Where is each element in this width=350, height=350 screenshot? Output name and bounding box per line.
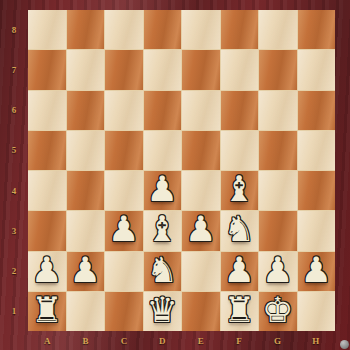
square-h6[interactable] — [298, 91, 336, 130]
square-e8[interactable] — [182, 10, 220, 49]
square-a6[interactable] — [28, 91, 66, 130]
square-a5[interactable] — [28, 131, 66, 170]
square-b7[interactable] — [67, 50, 105, 89]
square-b5[interactable] — [67, 131, 105, 170]
square-d7[interactable] — [144, 50, 182, 89]
square-g8[interactable] — [259, 10, 297, 49]
rank-label-1: 1 — [0, 291, 28, 331]
square-a7[interactable] — [28, 50, 66, 89]
square-b8[interactable] — [67, 10, 105, 49]
square-c7[interactable] — [105, 50, 143, 89]
corner-dot — [340, 340, 349, 349]
square-g5[interactable] — [259, 131, 297, 170]
rank-label-2: 2 — [0, 251, 28, 291]
rank-labels: 87654321 — [0, 10, 28, 331]
square-h5[interactable] — [298, 131, 336, 170]
square-d2[interactable]: ♞ — [144, 252, 182, 291]
piece-white-queen[interactable]: ♛ — [147, 293, 178, 328]
square-e4[interactable] — [182, 171, 220, 210]
file-label-c: C — [105, 331, 143, 350]
square-b3[interactable] — [67, 211, 105, 250]
square-d6[interactable] — [144, 91, 182, 130]
file-label-e: E — [182, 331, 220, 350]
square-e6[interactable] — [182, 91, 220, 130]
square-h2[interactable]: ♟ — [298, 252, 336, 291]
chess-board-frame: 87654321 ♟♝♟♝♟♞♟♟♞♟♟♟♜♛♜♚ ABCDEFGH — [0, 0, 350, 350]
file-label-a: A — [28, 331, 66, 350]
piece-white-bishop[interactable]: ♝ — [147, 212, 178, 247]
square-b6[interactable] — [67, 91, 105, 130]
piece-white-rook[interactable]: ♜ — [31, 293, 62, 328]
square-b4[interactable] — [67, 171, 105, 210]
piece-white-knight[interactable]: ♞ — [147, 253, 178, 288]
square-c5[interactable] — [105, 131, 143, 170]
piece-white-king[interactable]: ♚ — [262, 293, 293, 328]
piece-white-bishop[interactable]: ♝ — [224, 172, 255, 207]
square-f2[interactable]: ♟ — [221, 252, 259, 291]
piece-white-pawn[interactable]: ♟ — [31, 253, 62, 288]
square-h7[interactable] — [298, 50, 336, 89]
square-e5[interactable] — [182, 131, 220, 170]
square-g2[interactable]: ♟ — [259, 252, 297, 291]
piece-white-pawn[interactable]: ♟ — [147, 172, 178, 207]
square-h1[interactable] — [298, 292, 336, 331]
rank-label-8: 8 — [0, 10, 28, 50]
square-f8[interactable] — [221, 10, 259, 49]
square-f3[interactable]: ♞ — [221, 211, 259, 250]
square-f4[interactable]: ♝ — [221, 171, 259, 210]
square-g6[interactable] — [259, 91, 297, 130]
piece-white-pawn[interactable]: ♟ — [108, 212, 139, 247]
chess-board: ♟♝♟♝♟♞♟♟♞♟♟♟♜♛♜♚ — [28, 10, 335, 331]
rank-label-6: 6 — [0, 90, 28, 130]
square-g1[interactable]: ♚ — [259, 292, 297, 331]
file-label-h: H — [297, 331, 335, 350]
file-label-b: B — [66, 331, 104, 350]
piece-white-rook[interactable]: ♜ — [224, 293, 255, 328]
rank-label-5: 5 — [0, 130, 28, 170]
piece-white-knight[interactable]: ♞ — [224, 212, 255, 247]
piece-white-pawn[interactable]: ♟ — [185, 212, 216, 247]
square-d5[interactable] — [144, 131, 182, 170]
square-a3[interactable] — [28, 211, 66, 250]
rank-label-3: 3 — [0, 211, 28, 251]
square-c2[interactable] — [105, 252, 143, 291]
piece-white-pawn[interactable]: ♟ — [224, 253, 255, 288]
piece-white-pawn[interactable]: ♟ — [301, 253, 332, 288]
square-d1[interactable]: ♛ — [144, 292, 182, 331]
square-d4[interactable]: ♟ — [144, 171, 182, 210]
file-label-f: F — [220, 331, 258, 350]
square-d3[interactable]: ♝ — [144, 211, 182, 250]
square-a1[interactable]: ♜ — [28, 292, 66, 331]
square-c4[interactable] — [105, 171, 143, 210]
square-e1[interactable] — [182, 292, 220, 331]
square-f5[interactable] — [221, 131, 259, 170]
square-a8[interactable] — [28, 10, 66, 49]
square-e7[interactable] — [182, 50, 220, 89]
square-g4[interactable] — [259, 171, 297, 210]
piece-white-pawn[interactable]: ♟ — [70, 253, 101, 288]
square-h8[interactable] — [298, 10, 336, 49]
square-c3[interactable]: ♟ — [105, 211, 143, 250]
piece-white-pawn[interactable]: ♟ — [262, 253, 293, 288]
square-h4[interactable] — [298, 171, 336, 210]
file-label-d: D — [143, 331, 181, 350]
square-f1[interactable]: ♜ — [221, 292, 259, 331]
square-a4[interactable] — [28, 171, 66, 210]
square-f7[interactable] — [221, 50, 259, 89]
square-e3[interactable]: ♟ — [182, 211, 220, 250]
square-c6[interactable] — [105, 91, 143, 130]
rank-label-4: 4 — [0, 171, 28, 211]
square-b1[interactable] — [67, 292, 105, 331]
file-labels: ABCDEFGH — [28, 331, 335, 350]
square-f6[interactable] — [221, 91, 259, 130]
square-b2[interactable]: ♟ — [67, 252, 105, 291]
rank-label-7: 7 — [0, 50, 28, 90]
square-c1[interactable] — [105, 292, 143, 331]
file-label-g: G — [258, 331, 296, 350]
square-g7[interactable] — [259, 50, 297, 89]
square-c8[interactable] — [105, 10, 143, 49]
square-e2[interactable] — [182, 252, 220, 291]
square-a2[interactable]: ♟ — [28, 252, 66, 291]
square-h3[interactable] — [298, 211, 336, 250]
square-g3[interactable] — [259, 211, 297, 250]
square-d8[interactable] — [144, 10, 182, 49]
